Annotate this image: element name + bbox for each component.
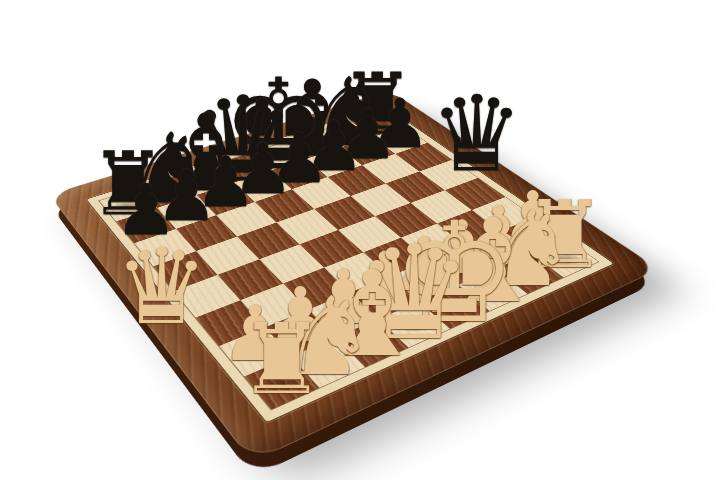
chessboard xyxy=(49,90,659,462)
spare-black-queen-anchor xyxy=(475,159,478,160)
board-scene xyxy=(0,0,720,480)
spare-white-queen-anchor xyxy=(160,311,163,313)
product-photo-stage: ♜♞♝♛♚♝♞♜♟♟♟♟♟♟♟♟♟♟♟♟♟♟♟♟♜♞♝♛♚♝♞♜♛♛ xyxy=(0,0,720,480)
